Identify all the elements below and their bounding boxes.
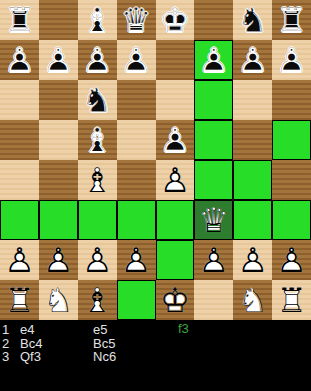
chess-app: ♜♖♝♗♛♕♚♔♞♘♜♖♟♙♟♙♟♙♟♙♟♙♟♙♟♙♞♘♝♗♟♙♝♗♟♙♛♕♟♙… (0, 0, 311, 391)
white-move: Qf3 (20, 350, 93, 364)
white-pawn: ♟♙ (1, 242, 37, 278)
square-e8[interactable]: ♚♔ (156, 0, 195, 40)
move-list: 1e4e52Bc4Bc53Qf3Nc6 (0, 320, 311, 391)
white-pawn: ♟♙ (157, 162, 193, 198)
move-row: 3Qf3Nc6 (2, 350, 311, 364)
square-a7[interactable]: ♟♙ (0, 40, 39, 80)
white-pawn: ♟♙ (196, 242, 232, 278)
square-a8[interactable]: ♜♖ (0, 0, 39, 40)
white-move: Bc4 (20, 337, 93, 351)
move-row: 2Bc4Bc5 (2, 337, 311, 351)
square-h6[interactable] (272, 80, 311, 120)
square-h4[interactable] (272, 160, 311, 200)
white-pawn: ♟♙ (235, 242, 271, 278)
square-e6[interactable] (156, 80, 195, 120)
black-move: e5 (93, 323, 311, 337)
square-c5[interactable]: ♝♗ (78, 120, 117, 160)
square-a2[interactable]: ♟♙ (0, 240, 39, 280)
black-pawn: ♟♙ (1, 42, 37, 78)
move-number: 1 (2, 323, 20, 337)
square-g1[interactable]: ♞♘ (233, 280, 272, 320)
square-g6[interactable] (233, 80, 272, 120)
square-e4[interactable]: ♟♙ (156, 160, 195, 200)
square-c7[interactable]: ♟♙ (78, 40, 117, 80)
square-h2[interactable]: ♟♙ (272, 240, 311, 280)
square-b5[interactable] (39, 120, 78, 160)
square-d4[interactable] (117, 160, 156, 200)
chess-board: ♜♖♝♗♛♕♚♔♞♘♜♖♟♙♟♙♟♙♟♙♟♙♟♙♟♙♞♘♝♗♟♙♝♗♟♙♛♕♟♙… (0, 0, 311, 320)
black-queen: ♛♕ (118, 2, 154, 38)
square-c6[interactable]: ♞♘ (78, 80, 117, 120)
square-h3[interactable] (272, 200, 311, 240)
square-c4[interactable]: ♝♗ (78, 160, 117, 200)
square-g4[interactable] (233, 160, 272, 200)
square-c1[interactable]: ♝♗ (78, 280, 117, 320)
square-b6[interactable] (39, 80, 78, 120)
square-d3[interactable] (117, 200, 156, 240)
square-f5[interactable] (194, 120, 233, 160)
square-f2[interactable]: ♟♙ (194, 240, 233, 280)
square-b2[interactable]: ♟♙ (39, 240, 78, 280)
square-h5[interactable] (272, 120, 311, 160)
square-f4[interactable] (194, 160, 233, 200)
square-b4[interactable] (39, 160, 78, 200)
black-move: Bc5 (93, 337, 311, 351)
white-rook: ♜♖ (1, 282, 37, 318)
square-a6[interactable] (0, 80, 39, 120)
square-d8[interactable]: ♛♕ (117, 0, 156, 40)
white-pawn: ♟♙ (274, 242, 310, 278)
white-move: e4 (20, 323, 93, 337)
white-knight: ♞♘ (235, 282, 271, 318)
black-knight: ♞♘ (79, 82, 115, 118)
square-e2[interactable] (156, 240, 195, 280)
white-bishop: ♝♗ (79, 282, 115, 318)
white-pawn: ♟♙ (79, 242, 115, 278)
square-g2[interactable]: ♟♙ (233, 240, 272, 280)
white-king: ♚♔ (157, 282, 193, 318)
square-d2[interactable]: ♟♙ (117, 240, 156, 280)
square-c8[interactable]: ♝♗ (78, 0, 117, 40)
square-h8[interactable]: ♜♖ (272, 0, 311, 40)
white-pawn: ♟♙ (118, 242, 154, 278)
square-b8[interactable] (39, 0, 78, 40)
white-knight: ♞♘ (40, 282, 76, 318)
square-a1[interactable]: ♜♖ (0, 280, 39, 320)
square-f7[interactable]: ♟♙ (194, 40, 233, 80)
square-g8[interactable]: ♞♘ (233, 0, 272, 40)
black-bishop: ♝♗ (79, 122, 115, 158)
white-pawn: ♟♙ (40, 242, 76, 278)
square-h1[interactable]: ♜♖ (272, 280, 311, 320)
move-number: 2 (2, 337, 20, 351)
black-knight: ♞♘ (235, 2, 271, 38)
square-g5[interactable] (233, 120, 272, 160)
square-f3[interactable]: ♛♕ (194, 200, 233, 240)
square-c2[interactable]: ♟♙ (78, 240, 117, 280)
square-h7[interactable]: ♟♙ (272, 40, 311, 80)
black-pawn: ♟♙ (157, 122, 193, 158)
square-e7[interactable] (156, 40, 195, 80)
black-rook: ♜♖ (274, 2, 310, 38)
square-f8[interactable] (194, 0, 233, 40)
square-e3[interactable] (156, 200, 195, 240)
square-c3[interactable] (78, 200, 117, 240)
white-queen: ♛♕ (196, 202, 232, 238)
black-pawn: ♟♙ (196, 42, 232, 78)
black-pawn: ♟♙ (235, 42, 271, 78)
black-pawn: ♟♙ (79, 42, 115, 78)
square-a5[interactable] (0, 120, 39, 160)
square-e1[interactable]: ♚♔ (156, 280, 195, 320)
move-number: 3 (2, 350, 20, 364)
square-d1[interactable] (117, 280, 156, 320)
white-rook: ♜♖ (274, 282, 310, 318)
square-f6[interactable] (194, 80, 233, 120)
move-row: 1e4e5 (2, 323, 311, 337)
black-move: Nc6 (93, 350, 311, 364)
square-d7[interactable]: ♟♙ (117, 40, 156, 80)
square-b3[interactable] (39, 200, 78, 240)
square-a3[interactable] (0, 200, 39, 240)
black-pawn: ♟♙ (40, 42, 76, 78)
square-b7[interactable]: ♟♙ (39, 40, 78, 80)
square-d5[interactable] (117, 120, 156, 160)
black-pawn: ♟♙ (274, 42, 310, 78)
black-king: ♚♔ (157, 2, 193, 38)
square-e5[interactable]: ♟♙ (156, 120, 195, 160)
white-bishop: ♝♗ (79, 162, 115, 198)
square-d6[interactable] (117, 80, 156, 120)
black-bishop: ♝♗ (79, 2, 115, 38)
square-a4[interactable] (0, 160, 39, 200)
black-pawn: ♟♙ (118, 42, 154, 78)
square-f1[interactable] (194, 280, 233, 320)
move-input[interactable]: f3 (178, 322, 189, 336)
square-g7[interactable]: ♟♙ (233, 40, 272, 80)
black-rook: ♜♖ (1, 2, 37, 38)
square-b1[interactable]: ♞♘ (39, 280, 78, 320)
square-g3[interactable] (233, 200, 272, 240)
